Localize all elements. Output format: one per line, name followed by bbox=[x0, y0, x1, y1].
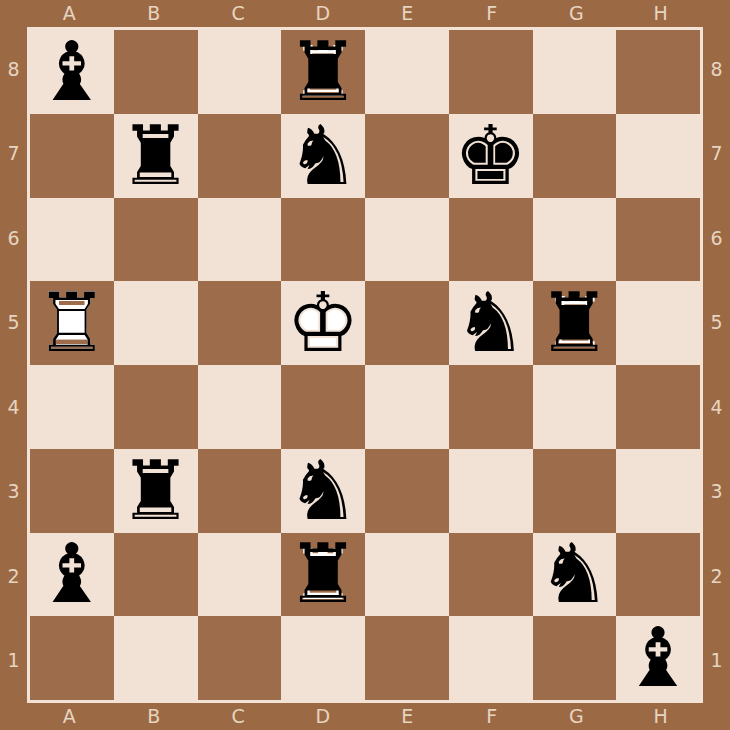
rank-labels-left: 87654321 bbox=[0, 27, 27, 703]
rank-label-3: 3 bbox=[703, 450, 730, 535]
square-c7[interactable] bbox=[198, 114, 282, 198]
piece-black-knight[interactable]: ♞ bbox=[449, 281, 533, 365]
rank-label-5: 5 bbox=[703, 281, 730, 366]
square-a8[interactable]: ♝ bbox=[30, 30, 114, 114]
piece-glyph: ♚ bbox=[449, 114, 533, 198]
square-f4[interactable] bbox=[449, 365, 533, 449]
square-a5[interactable]: ♜♖ bbox=[30, 281, 114, 365]
square-c6[interactable] bbox=[198, 198, 282, 282]
square-e4[interactable] bbox=[365, 365, 449, 449]
square-c2[interactable] bbox=[198, 533, 282, 617]
square-h3[interactable] bbox=[616, 449, 700, 533]
square-c8[interactable] bbox=[198, 30, 282, 114]
square-d5[interactable]: ♚♔ bbox=[281, 281, 365, 365]
square-a3[interactable] bbox=[30, 449, 114, 533]
square-g1[interactable] bbox=[533, 616, 617, 700]
piece-black-rook[interactable]: ♜ bbox=[114, 449, 198, 533]
square-g7[interactable] bbox=[533, 114, 617, 198]
square-e2[interactable] bbox=[365, 533, 449, 617]
piece-glyph: ♜ bbox=[114, 114, 198, 198]
piece-glyph: ♜ bbox=[114, 449, 198, 533]
square-e8[interactable] bbox=[365, 30, 449, 114]
square-h8[interactable] bbox=[616, 30, 700, 114]
rank-label-7: 7 bbox=[703, 112, 730, 197]
rank-label-5: 5 bbox=[0, 281, 27, 366]
square-f2[interactable] bbox=[449, 533, 533, 617]
rank-label-1: 1 bbox=[0, 619, 27, 704]
square-e3[interactable] bbox=[365, 449, 449, 533]
rank-labels-right: 87654321 bbox=[703, 27, 730, 703]
square-e5[interactable] bbox=[365, 281, 449, 365]
file-label-g: G bbox=[534, 703, 619, 730]
square-b3[interactable]: ♜ bbox=[114, 449, 198, 533]
piece-black-knight[interactable]: ♞ bbox=[533, 533, 617, 617]
rank-label-4: 4 bbox=[703, 365, 730, 450]
square-a6[interactable] bbox=[30, 198, 114, 282]
piece-black-rook[interactable]: ♜♜ bbox=[533, 281, 617, 365]
rank-label-8: 8 bbox=[0, 27, 27, 112]
square-a1[interactable] bbox=[30, 616, 114, 700]
piece-glyph: ♜ bbox=[281, 533, 365, 617]
piece-glyph: ♞ bbox=[533, 533, 617, 617]
square-g8[interactable] bbox=[533, 30, 617, 114]
piece-black-bishop[interactable]: ♝ bbox=[30, 30, 114, 114]
file-label-c: C bbox=[196, 703, 281, 730]
piece-glyph: ♞ bbox=[281, 114, 365, 198]
piece-glyph: ♞ bbox=[281, 449, 365, 533]
rank-label-6: 6 bbox=[703, 196, 730, 281]
square-h7[interactable] bbox=[616, 114, 700, 198]
file-label-h: H bbox=[619, 703, 704, 730]
rank-label-3: 3 bbox=[0, 450, 27, 535]
file-label-f: F bbox=[450, 703, 535, 730]
square-d3[interactable]: ♞ bbox=[281, 449, 365, 533]
square-f6[interactable] bbox=[449, 198, 533, 282]
square-e1[interactable] bbox=[365, 616, 449, 700]
square-b1[interactable] bbox=[114, 616, 198, 700]
file-labels-bottom: ABCDEFGH bbox=[27, 703, 703, 730]
file-label-d: D bbox=[281, 0, 366, 27]
piece-black-rook[interactable]: ♜♜ bbox=[281, 30, 365, 114]
square-d4[interactable] bbox=[281, 365, 365, 449]
file-label-h: H bbox=[619, 0, 704, 27]
square-d2[interactable]: ♜♜ bbox=[281, 533, 365, 617]
square-g2[interactable]: ♞ bbox=[533, 533, 617, 617]
square-d8[interactable]: ♜♜ bbox=[281, 30, 365, 114]
square-f5[interactable]: ♞ bbox=[449, 281, 533, 365]
file-label-e: E bbox=[365, 703, 450, 730]
rank-label-6: 6 bbox=[0, 196, 27, 281]
square-c5[interactable] bbox=[198, 281, 282, 365]
piece-glyph: ♖ bbox=[30, 281, 114, 365]
rank-label-1: 1 bbox=[703, 619, 730, 704]
square-e7[interactable] bbox=[365, 114, 449, 198]
file-label-g: G bbox=[534, 0, 619, 27]
chessboard: ♝♜♜♜♞♚♜♖♚♔♞♜♜♜♞♝♜♜♞♝ bbox=[27, 27, 703, 703]
square-b8[interactable] bbox=[114, 30, 198, 114]
file-label-c: C bbox=[196, 0, 281, 27]
rank-label-7: 7 bbox=[0, 112, 27, 197]
square-g3[interactable] bbox=[533, 449, 617, 533]
square-f3[interactable] bbox=[449, 449, 533, 533]
file-label-b: B bbox=[112, 703, 197, 730]
piece-black-bishop[interactable]: ♝ bbox=[616, 616, 700, 700]
square-e6[interactable] bbox=[365, 198, 449, 282]
file-label-b: B bbox=[112, 0, 197, 27]
square-d7[interactable]: ♞ bbox=[281, 114, 365, 198]
square-d1[interactable] bbox=[281, 616, 365, 700]
piece-black-knight[interactable]: ♞ bbox=[281, 114, 365, 198]
piece-glyph: ♜ bbox=[533, 281, 617, 365]
piece-black-rook[interactable]: ♜ bbox=[114, 114, 198, 198]
square-f7[interactable]: ♚ bbox=[449, 114, 533, 198]
square-b7[interactable]: ♜ bbox=[114, 114, 198, 198]
square-g6[interactable] bbox=[533, 198, 617, 282]
file-label-e: E bbox=[365, 0, 450, 27]
square-h2[interactable] bbox=[616, 533, 700, 617]
piece-glyph: ♝ bbox=[30, 30, 114, 114]
square-b6[interactable] bbox=[114, 198, 198, 282]
piece-glyph: ♜ bbox=[281, 30, 365, 114]
piece-glyph: ♞ bbox=[449, 281, 533, 365]
rank-label-4: 4 bbox=[0, 365, 27, 450]
piece-glyph: ♔ bbox=[281, 281, 365, 365]
square-g4[interactable] bbox=[533, 365, 617, 449]
square-b2[interactable] bbox=[114, 533, 198, 617]
square-c4[interactable] bbox=[198, 365, 282, 449]
piece-black-bishop[interactable]: ♝ bbox=[30, 533, 114, 617]
piece-white-rook[interactable]: ♜♖ bbox=[30, 281, 114, 365]
board-frame: ABCDEFGH ABCDEFGH 87654321 87654321 ♝♜♜♜… bbox=[0, 0, 730, 730]
square-a4[interactable] bbox=[30, 365, 114, 449]
piece-black-rook[interactable]: ♜♜ bbox=[281, 533, 365, 617]
square-f1[interactable] bbox=[449, 616, 533, 700]
file-label-d: D bbox=[281, 703, 366, 730]
file-label-a: A bbox=[27, 703, 112, 730]
file-label-f: F bbox=[450, 0, 535, 27]
square-c1[interactable] bbox=[198, 616, 282, 700]
piece-white-king[interactable]: ♚♔ bbox=[281, 281, 365, 365]
square-c3[interactable] bbox=[198, 449, 282, 533]
square-h1[interactable]: ♝ bbox=[616, 616, 700, 700]
square-b5[interactable] bbox=[114, 281, 198, 365]
rank-label-8: 8 bbox=[703, 27, 730, 112]
file-label-a: A bbox=[27, 0, 112, 27]
square-d6[interactable] bbox=[281, 198, 365, 282]
square-a2[interactable]: ♝ bbox=[30, 533, 114, 617]
square-f8[interactable] bbox=[449, 30, 533, 114]
rank-label-2: 2 bbox=[703, 534, 730, 619]
square-h4[interactable] bbox=[616, 365, 700, 449]
piece-glyph: ♝ bbox=[30, 533, 114, 617]
square-h6[interactable] bbox=[616, 198, 700, 282]
piece-black-knight[interactable]: ♞ bbox=[281, 449, 365, 533]
square-a7[interactable] bbox=[30, 114, 114, 198]
piece-glyph: ♝ bbox=[616, 616, 700, 700]
square-h5[interactable] bbox=[616, 281, 700, 365]
file-labels-top: ABCDEFGH bbox=[27, 0, 703, 27]
rank-label-2: 2 bbox=[0, 534, 27, 619]
square-g5[interactable]: ♜♜ bbox=[533, 281, 617, 365]
square-b4[interactable] bbox=[114, 365, 198, 449]
piece-black-king[interactable]: ♚ bbox=[449, 114, 533, 198]
